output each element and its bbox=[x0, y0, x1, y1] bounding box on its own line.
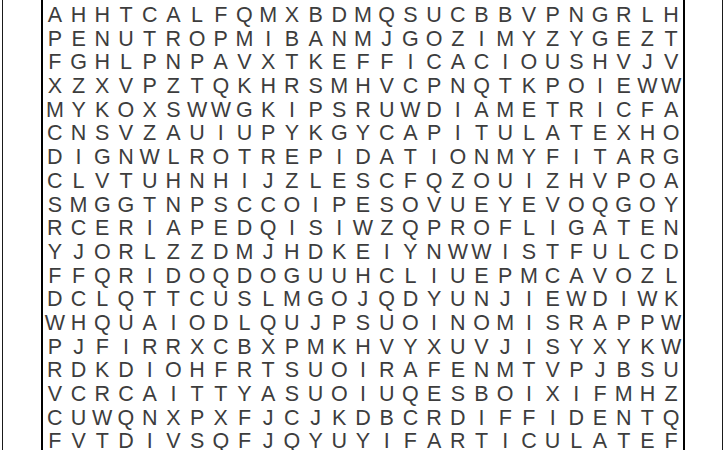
grid-cell[interactable]: D bbox=[564, 407, 588, 431]
grid-cell[interactable]: U bbox=[280, 312, 304, 336]
grid-cell[interactable]: F bbox=[564, 241, 588, 265]
grid-cell[interactable]: D bbox=[351, 146, 375, 170]
grid-cell[interactable]: X bbox=[280, 4, 304, 28]
grid-cell[interactable]: O bbox=[470, 217, 494, 241]
grid-cell[interactable]: T bbox=[90, 430, 114, 450]
grid-cell[interactable]: S bbox=[162, 99, 186, 123]
grid-cell[interactable]: I bbox=[162, 312, 186, 336]
grid-cell[interactable]: S bbox=[541, 336, 565, 360]
grid-cell[interactable]: V bbox=[541, 194, 565, 218]
grid-cell[interactable]: W bbox=[659, 312, 683, 336]
grid-cell[interactable]: J bbox=[256, 430, 280, 450]
grid-cell[interactable]: L bbox=[114, 51, 138, 75]
grid-cell[interactable]: I bbox=[564, 146, 588, 170]
grid-cell[interactable]: R bbox=[446, 430, 470, 450]
grid-cell[interactable]: F bbox=[659, 430, 683, 450]
grid-cell[interactable]: V bbox=[114, 122, 138, 146]
grid-cell[interactable]: T bbox=[541, 241, 565, 265]
grid-cell[interactable]: I bbox=[422, 146, 446, 170]
grid-cell[interactable]: H bbox=[564, 170, 588, 194]
grid-cell[interactable]: Y bbox=[564, 28, 588, 52]
grid-cell[interactable]: U bbox=[541, 430, 565, 450]
grid-cell[interactable]: T bbox=[541, 99, 565, 123]
grid-cell[interactable]: T bbox=[233, 146, 257, 170]
grid-cell[interactable]: A bbox=[162, 4, 186, 28]
grid-cell[interactable]: Q bbox=[375, 4, 399, 28]
grid-cell[interactable]: U bbox=[327, 265, 351, 289]
grid-cell[interactable]: L bbox=[399, 265, 423, 289]
grid-cell[interactable]: Y bbox=[422, 288, 446, 312]
grid-cell[interactable]: U bbox=[375, 383, 399, 407]
grid-cell[interactable]: H bbox=[256, 75, 280, 99]
grid-cell[interactable]: B bbox=[280, 28, 304, 52]
grid-cell[interactable]: S bbox=[280, 359, 304, 383]
grid-cell[interactable]: A bbox=[304, 28, 328, 52]
grid-cell[interactable]: I bbox=[612, 288, 636, 312]
grid-cell[interactable]: F bbox=[541, 146, 565, 170]
grid-cell[interactable]: C bbox=[43, 170, 67, 194]
grid-cell[interactable]: F bbox=[636, 99, 660, 123]
grid-cell[interactable]: Q bbox=[588, 194, 612, 218]
grid-cell[interactable]: I bbox=[470, 407, 494, 431]
grid-cell[interactable]: W bbox=[636, 288, 660, 312]
grid-cell[interactable]: V bbox=[375, 336, 399, 360]
grid-cell[interactable]: I bbox=[304, 194, 328, 218]
grid-cell[interactable]: K bbox=[327, 336, 351, 360]
grid-cell[interactable]: T bbox=[612, 430, 636, 450]
grid-cell[interactable]: T bbox=[209, 383, 233, 407]
grid-cell[interactable]: I bbox=[517, 288, 541, 312]
grid-cell[interactable]: W bbox=[659, 75, 683, 99]
grid-cell[interactable]: T bbox=[114, 170, 138, 194]
grid-cell[interactable]: Y bbox=[399, 241, 423, 265]
grid-cell[interactable]: P bbox=[422, 217, 446, 241]
grid-cell[interactable]: I bbox=[399, 51, 423, 75]
grid-cell[interactable]: X bbox=[612, 122, 636, 146]
grid-cell[interactable]: I bbox=[564, 383, 588, 407]
grid-cell[interactable]: X bbox=[90, 75, 114, 99]
grid-cell[interactable]: X bbox=[256, 51, 280, 75]
grid-cell[interactable]: M bbox=[304, 336, 328, 360]
grid-cell[interactable]: G bbox=[612, 194, 636, 218]
grid-cell[interactable]: Q bbox=[209, 75, 233, 99]
grid-cell[interactable]: I bbox=[138, 217, 162, 241]
grid-cell[interactable]: J bbox=[636, 51, 660, 75]
grid-cell[interactable]: I bbox=[327, 146, 351, 170]
grid-cell[interactable]: K bbox=[304, 51, 328, 75]
grid-cell[interactable]: S bbox=[399, 4, 423, 28]
grid-cell[interactable]: O bbox=[399, 194, 423, 218]
grid-cell[interactable]: G bbox=[588, 28, 612, 52]
grid-cell[interactable]: F bbox=[399, 170, 423, 194]
grid-cell[interactable]: A bbox=[470, 99, 494, 123]
grid-cell[interactable]: N bbox=[67, 122, 91, 146]
grid-cell[interactable]: H bbox=[162, 170, 186, 194]
grid-cell[interactable]: C bbox=[517, 430, 541, 450]
grid-cell[interactable]: H bbox=[351, 336, 375, 360]
grid-cell[interactable]: E bbox=[636, 430, 660, 450]
grid-cell[interactable]: A bbox=[588, 217, 612, 241]
grid-cell[interactable]: P bbox=[138, 75, 162, 99]
grid-cell[interactable]: T bbox=[470, 430, 494, 450]
grid-cell[interactable]: R bbox=[162, 336, 186, 360]
grid-cell[interactable]: C bbox=[612, 99, 636, 123]
grid-cell[interactable]: L bbox=[256, 288, 280, 312]
grid-cell[interactable]: T bbox=[588, 146, 612, 170]
grid-cell[interactable]: A bbox=[256, 383, 280, 407]
grid-cell[interactable]: Q bbox=[114, 407, 138, 431]
grid-cell[interactable]: W bbox=[399, 99, 423, 123]
grid-cell[interactable]: C bbox=[138, 4, 162, 28]
grid-cell[interactable]: Y bbox=[517, 28, 541, 52]
grid-cell[interactable]: F bbox=[67, 265, 91, 289]
grid-cell[interactable]: F bbox=[43, 430, 67, 450]
grid-cell[interactable]: E bbox=[588, 407, 612, 431]
grid-cell[interactable]: Q bbox=[256, 217, 280, 241]
grid-cell[interactable]: A bbox=[209, 51, 233, 75]
grid-cell[interactable]: U bbox=[446, 288, 470, 312]
grid-cell[interactable]: U bbox=[114, 312, 138, 336]
grid-cell[interactable]: I bbox=[470, 28, 494, 52]
grid-cell[interactable]: O bbox=[90, 241, 114, 265]
grid-cell[interactable]: E bbox=[90, 217, 114, 241]
grid-cell[interactable]: P bbox=[209, 28, 233, 52]
grid-cell[interactable]: N bbox=[446, 75, 470, 99]
grid-cell[interactable]: W bbox=[138, 146, 162, 170]
grid-cell[interactable]: O bbox=[636, 194, 660, 218]
grid-cell[interactable]: E bbox=[280, 146, 304, 170]
grid-cell[interactable]: A bbox=[399, 122, 423, 146]
grid-cell[interactable]: E bbox=[612, 28, 636, 52]
grid-cell[interactable]: T bbox=[636, 407, 660, 431]
grid-cell[interactable]: Z bbox=[138, 122, 162, 146]
grid-cell[interactable]: H bbox=[67, 312, 91, 336]
grid-cell[interactable]: T bbox=[493, 75, 517, 99]
grid-cell[interactable]: K bbox=[517, 75, 541, 99]
grid-cell[interactable]: M bbox=[256, 4, 280, 28]
grid-cell[interactable]: M bbox=[517, 265, 541, 289]
grid-cell[interactable]: U bbox=[138, 170, 162, 194]
grid-cell[interactable]: P bbox=[185, 217, 209, 241]
grid-cell[interactable]: I bbox=[162, 383, 186, 407]
grid-cell[interactable]: C bbox=[422, 51, 446, 75]
grid-cell[interactable]: D bbox=[233, 265, 257, 289]
grid-cell[interactable]: T bbox=[138, 194, 162, 218]
grid-cell[interactable]: Y bbox=[233, 383, 257, 407]
grid-cell[interactable]: R bbox=[636, 146, 660, 170]
grid-cell[interactable]: Z bbox=[162, 241, 186, 265]
grid-cell[interactable]: W bbox=[351, 217, 375, 241]
grid-cell[interactable]: U bbox=[114, 28, 138, 52]
grid-cell[interactable]: V bbox=[659, 51, 683, 75]
grid-cell[interactable]: R bbox=[446, 217, 470, 241]
grid-cell[interactable]: P bbox=[185, 51, 209, 75]
grid-cell[interactable]: M bbox=[67, 194, 91, 218]
grid-cell[interactable]: L bbox=[564, 430, 588, 450]
grid-cell[interactable]: J bbox=[67, 241, 91, 265]
grid-cell[interactable]: A bbox=[43, 4, 67, 28]
grid-cell[interactable]: K bbox=[304, 122, 328, 146]
grid-cell[interactable]: D bbox=[209, 312, 233, 336]
grid-cell[interactable]: X bbox=[256, 336, 280, 360]
grid-cell[interactable]: Q bbox=[90, 265, 114, 289]
grid-cell[interactable]: E bbox=[209, 217, 233, 241]
grid-cell[interactable]: N bbox=[446, 312, 470, 336]
grid-cell[interactable]: U bbox=[493, 122, 517, 146]
grid-cell[interactable]: G bbox=[304, 288, 328, 312]
grid-cell[interactable]: D bbox=[43, 288, 67, 312]
grid-cell[interactable]: X bbox=[162, 407, 186, 431]
grid-cell[interactable]: E bbox=[470, 265, 494, 289]
grid-cell[interactable]: M bbox=[43, 99, 67, 123]
grid-cell[interactable]: U bbox=[209, 288, 233, 312]
grid-cell[interactable]: J bbox=[493, 288, 517, 312]
grid-cell[interactable]: I bbox=[138, 430, 162, 450]
grid-cell[interactable]: O bbox=[185, 312, 209, 336]
grid-cell[interactable]: U bbox=[375, 312, 399, 336]
grid-cell[interactable]: Y bbox=[67, 99, 91, 123]
grid-cell[interactable]: F bbox=[90, 336, 114, 360]
grid-cell[interactable]: X bbox=[138, 99, 162, 123]
grid-cell[interactable]: U bbox=[422, 4, 446, 28]
grid-cell[interactable]: O bbox=[470, 170, 494, 194]
grid-cell[interactable]: T bbox=[256, 359, 280, 383]
grid-cell[interactable]: D bbox=[233, 217, 257, 241]
grid-cell[interactable]: M bbox=[612, 383, 636, 407]
grid-cell[interactable]: O bbox=[162, 359, 186, 383]
grid-cell[interactable]: E bbox=[327, 170, 351, 194]
grid-cell[interactable]: H bbox=[209, 170, 233, 194]
grid-cell[interactable]: F bbox=[209, 4, 233, 28]
grid-cell[interactable]: Y bbox=[351, 122, 375, 146]
grid-cell[interactable]: N bbox=[327, 28, 351, 52]
grid-cell[interactable]: U bbox=[659, 359, 683, 383]
grid-cell[interactable]: H bbox=[659, 4, 683, 28]
grid-cell[interactable]: I bbox=[422, 312, 446, 336]
grid-cell[interactable]: V bbox=[517, 4, 541, 28]
grid-cell[interactable]: V bbox=[588, 170, 612, 194]
grid-cell[interactable]: M bbox=[493, 359, 517, 383]
grid-cell[interactable]: N bbox=[470, 288, 494, 312]
grid-cell[interactable]: P bbox=[327, 194, 351, 218]
grid-cell[interactable]: K bbox=[233, 75, 257, 99]
grid-cell[interactable]: G bbox=[327, 122, 351, 146]
grid-cell[interactable]: T bbox=[517, 359, 541, 383]
grid-cell[interactable]: C bbox=[43, 407, 67, 431]
grid-cell[interactable]: Z bbox=[67, 75, 91, 99]
grid-cell[interactable]: D bbox=[399, 288, 423, 312]
grid-cell[interactable]: P bbox=[304, 99, 328, 123]
grid-cell[interactable]: G bbox=[67, 51, 91, 75]
grid-cell[interactable]: V bbox=[375, 75, 399, 99]
grid-cell[interactable]: S bbox=[446, 383, 470, 407]
grid-cell[interactable]: I bbox=[541, 217, 565, 241]
grid-cell[interactable]: Y bbox=[304, 430, 328, 450]
grid-cell[interactable]: J bbox=[256, 170, 280, 194]
grid-cell[interactable]: M bbox=[280, 288, 304, 312]
grid-cell[interactable]: R bbox=[138, 336, 162, 360]
grid-cell[interactable]: S bbox=[375, 194, 399, 218]
grid-cell[interactable]: J bbox=[493, 336, 517, 360]
grid-cell[interactable]: N bbox=[564, 4, 588, 28]
grid-cell[interactable]: Z bbox=[636, 265, 660, 289]
grid-cell[interactable]: C bbox=[185, 288, 209, 312]
grid-cell[interactable]: I bbox=[233, 170, 257, 194]
grid-cell[interactable]: A bbox=[422, 430, 446, 450]
grid-cell[interactable]: F bbox=[375, 51, 399, 75]
grid-cell[interactable]: W bbox=[90, 407, 114, 431]
grid-cell[interactable]: C bbox=[446, 4, 470, 28]
grid-cell[interactable]: Q bbox=[659, 407, 683, 431]
grid-cell[interactable]: M bbox=[493, 146, 517, 170]
grid-cell[interactable]: Q bbox=[422, 170, 446, 194]
grid-cell[interactable]: Y bbox=[351, 430, 375, 450]
grid-cell[interactable]: T bbox=[185, 75, 209, 99]
grid-cell[interactable]: N bbox=[659, 217, 683, 241]
grid-cell[interactable]: R bbox=[564, 99, 588, 123]
grid-cell[interactable]: Q bbox=[90, 312, 114, 336]
grid-cell[interactable]: C bbox=[399, 75, 423, 99]
grid-cell[interactable]: U bbox=[446, 194, 470, 218]
grid-cell[interactable]: Z bbox=[541, 170, 565, 194]
grid-cell[interactable]: I bbox=[493, 430, 517, 450]
grid-cell[interactable]: H bbox=[636, 122, 660, 146]
grid-cell[interactable]: O bbox=[422, 28, 446, 52]
grid-cell[interactable]: O bbox=[185, 28, 209, 52]
grid-cell[interactable]: P bbox=[612, 170, 636, 194]
grid-cell[interactable]: W bbox=[446, 241, 470, 265]
grid-cell[interactable]: S bbox=[90, 122, 114, 146]
grid-cell[interactable]: O bbox=[493, 383, 517, 407]
grid-cell[interactable]: Y bbox=[280, 122, 304, 146]
grid-cell[interactable]: N bbox=[470, 146, 494, 170]
grid-cell[interactable]: Z bbox=[446, 28, 470, 52]
grid-cell[interactable]: P bbox=[636, 312, 660, 336]
grid-cell[interactable]: I bbox=[493, 51, 517, 75]
grid-cell[interactable]: K bbox=[659, 288, 683, 312]
grid-cell[interactable]: W bbox=[209, 99, 233, 123]
grid-cell[interactable]: H bbox=[90, 51, 114, 75]
grid-cell[interactable]: H bbox=[90, 4, 114, 28]
grid-cell[interactable]: U bbox=[304, 265, 328, 289]
grid-cell[interactable]: C bbox=[375, 122, 399, 146]
grid-cell[interactable]: I bbox=[517, 336, 541, 360]
grid-cell[interactable]: N bbox=[422, 241, 446, 265]
grid-cell[interactable]: Y bbox=[564, 336, 588, 360]
grid-cell[interactable]: Q bbox=[209, 265, 233, 289]
grid-cell[interactable]: E bbox=[517, 99, 541, 123]
grid-cell[interactable]: T bbox=[280, 51, 304, 75]
grid-cell[interactable]: J bbox=[351, 288, 375, 312]
grid-cell[interactable]: I bbox=[375, 241, 399, 265]
grid-cell[interactable]: J bbox=[375, 28, 399, 52]
grid-cell[interactable]: E bbox=[422, 383, 446, 407]
grid-cell[interactable]: D bbox=[446, 407, 470, 431]
grid-cell[interactable]: I bbox=[446, 122, 470, 146]
grid-cell[interactable]: O bbox=[327, 383, 351, 407]
grid-cell[interactable]: S bbox=[209, 194, 233, 218]
grid-cell[interactable]: O bbox=[564, 75, 588, 99]
grid-cell[interactable]: S bbox=[233, 288, 257, 312]
grid-cell[interactable]: D bbox=[162, 265, 186, 289]
grid-cell[interactable]: R bbox=[114, 217, 138, 241]
grid-cell[interactable]: N bbox=[470, 359, 494, 383]
grid-cell[interactable]: P bbox=[612, 312, 636, 336]
grid-cell[interactable]: P bbox=[280, 336, 304, 360]
grid-cell[interactable]: Y bbox=[659, 194, 683, 218]
grid-cell[interactable]: T bbox=[138, 28, 162, 52]
grid-cell[interactable]: O bbox=[470, 312, 494, 336]
grid-cell[interactable]: E bbox=[470, 194, 494, 218]
grid-cell[interactable]: E bbox=[636, 217, 660, 241]
grid-cell[interactable]: M bbox=[493, 28, 517, 52]
grid-cell[interactable]: S bbox=[185, 430, 209, 450]
grid-cell[interactable]: D bbox=[114, 430, 138, 450]
grid-cell[interactable]: B bbox=[493, 4, 517, 28]
grid-cell[interactable]: A bbox=[588, 430, 612, 450]
grid-cell[interactable]: C bbox=[67, 217, 91, 241]
grid-cell[interactable]: Y bbox=[612, 336, 636, 360]
grid-cell[interactable]: I bbox=[280, 217, 304, 241]
grid-cell[interactable]: W bbox=[43, 312, 67, 336]
grid-cell[interactable]: V bbox=[43, 383, 67, 407]
grid-cell[interactable]: X bbox=[422, 336, 446, 360]
grid-cell[interactable]: Q bbox=[375, 288, 399, 312]
grid-cell[interactable]: R bbox=[422, 407, 446, 431]
grid-cell[interactable]: A bbox=[588, 312, 612, 336]
grid-cell[interactable]: M bbox=[493, 312, 517, 336]
grid-cell[interactable]: O bbox=[327, 288, 351, 312]
grid-cell[interactable]: T bbox=[470, 122, 494, 146]
grid-cell[interactable]: O bbox=[517, 51, 541, 75]
grid-cell[interactable]: I bbox=[446, 99, 470, 123]
grid-cell[interactable]: P bbox=[185, 194, 209, 218]
grid-cell[interactable]: R bbox=[162, 28, 186, 52]
grid-cell[interactable]: K bbox=[90, 359, 114, 383]
grid-cell[interactable]: S bbox=[541, 312, 565, 336]
grid-cell[interactable]: S bbox=[517, 241, 541, 265]
grid-cell[interactable]: E bbox=[588, 122, 612, 146]
grid-cell[interactable]: F bbox=[43, 265, 67, 289]
grid-cell[interactable]: Y bbox=[493, 194, 517, 218]
grid-cell[interactable]: G bbox=[233, 99, 257, 123]
grid-cell[interactable]: D bbox=[327, 4, 351, 28]
grid-cell[interactable]: Z bbox=[280, 170, 304, 194]
grid-cell[interactable]: C bbox=[470, 51, 494, 75]
grid-cell[interactable]: J bbox=[304, 312, 328, 336]
grid-cell[interactable]: O bbox=[327, 359, 351, 383]
grid-cell[interactable]: R bbox=[256, 146, 280, 170]
grid-cell[interactable]: G bbox=[90, 146, 114, 170]
grid-cell[interactable]: O bbox=[636, 170, 660, 194]
grid-cell[interactable]: R bbox=[233, 359, 257, 383]
grid-cell[interactable]: D bbox=[43, 146, 67, 170]
grid-cell[interactable]: Q bbox=[233, 4, 257, 28]
grid-cell[interactable]: C bbox=[375, 265, 399, 289]
grid-cell[interactable]: L bbox=[659, 265, 683, 289]
grid-cell[interactable]: R bbox=[375, 359, 399, 383]
grid-cell[interactable]: L bbox=[517, 122, 541, 146]
grid-cell[interactable]: N bbox=[612, 407, 636, 431]
grid-cell[interactable]: M bbox=[233, 28, 257, 52]
grid-cell[interactable]: M bbox=[493, 99, 517, 123]
grid-cell[interactable]: E bbox=[351, 241, 375, 265]
grid-cell[interactable]: I bbox=[588, 75, 612, 99]
grid-cell[interactable]: B bbox=[612, 359, 636, 383]
grid-cell[interactable]: P bbox=[256, 122, 280, 146]
grid-cell[interactable]: Z bbox=[185, 241, 209, 265]
grid-cell[interactable]: O bbox=[399, 312, 423, 336]
